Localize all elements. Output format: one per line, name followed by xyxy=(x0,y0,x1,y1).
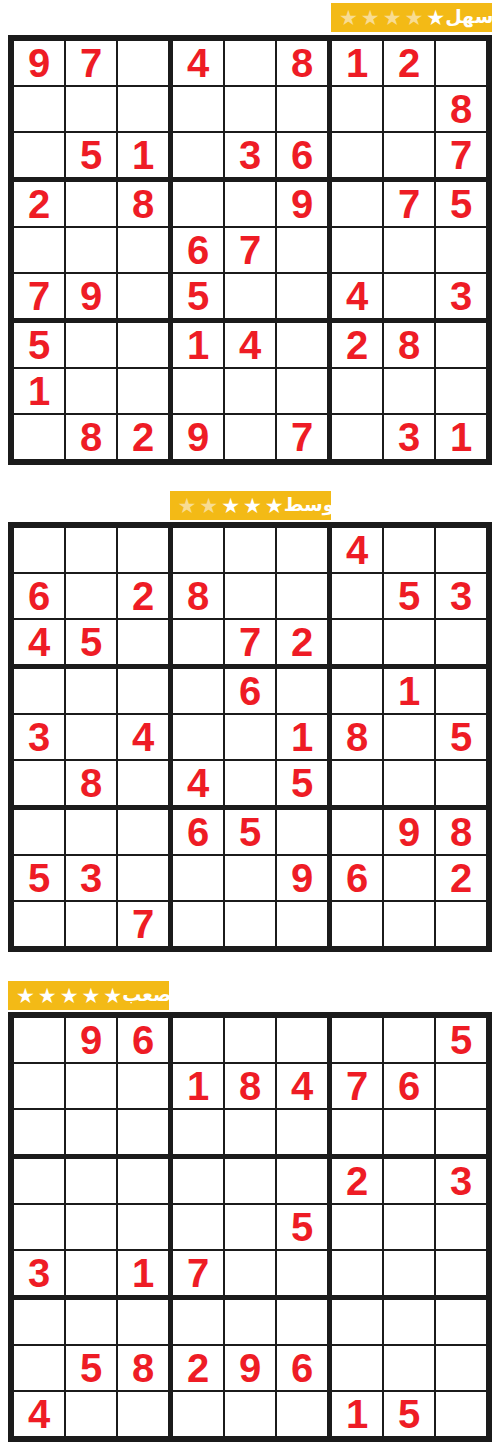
sudoku-cell-r2c1: 6 xyxy=(14,574,64,618)
sudoku-cell-r5c8[interactable] xyxy=(384,1205,434,1249)
sudoku-cell-r3c6: 6 xyxy=(277,133,327,177)
sudoku-cell-r2c3[interactable] xyxy=(118,87,168,131)
sudoku-cell-r4c4[interactable] xyxy=(173,182,223,226)
difficulty-label-medium: وسط xyxy=(284,495,335,516)
sudoku-cell-r7c6[interactable] xyxy=(277,1300,327,1344)
sudoku-cell-r2c2[interactable] xyxy=(66,1064,116,1108)
sudoku-cell-r1c8: 2 xyxy=(384,41,434,85)
sudoku-cell-r9c5[interactable] xyxy=(225,902,275,946)
sudoku-cell-r5c3: 4 xyxy=(118,715,168,759)
sudoku-cell-r2c6[interactable] xyxy=(277,87,327,131)
star-rating-easy: ★★★★★ xyxy=(339,7,445,28)
sudoku-board-easy: 975148361287287996757543518214972831 xyxy=(8,35,492,465)
sudoku-cell-r1c5[interactable] xyxy=(225,1018,275,1062)
sudoku-cell-r2c5[interactable] xyxy=(225,574,275,618)
sudoku-cell-r6c1[interactable] xyxy=(14,761,64,805)
sudoku-cell-r2c5: 8 xyxy=(225,1064,275,1108)
difficulty-badge-hard: ★★★★★ صعب xyxy=(8,981,169,1010)
sudoku-cell-r1c2[interactable] xyxy=(66,528,116,572)
sudoku-cell-r3c7[interactable] xyxy=(332,1110,382,1154)
star-empty-icon: ★ xyxy=(383,7,402,28)
sudoku-cell-r8c7: 6 xyxy=(332,856,382,900)
sudoku-cell-r5c9[interactable] xyxy=(436,228,486,272)
sudoku-cell-r5c2[interactable] xyxy=(66,715,116,759)
sudoku-cell-r9c6[interactable] xyxy=(277,1392,327,1436)
sudoku-cell-r6c6[interactable] xyxy=(277,1251,327,1295)
sudoku-box: 7543 xyxy=(332,182,486,318)
star-rating-medium: ★★★★★ xyxy=(178,495,284,516)
sudoku-cell-r7c2[interactable] xyxy=(66,810,116,854)
sudoku-cell-r9c8: 5 xyxy=(384,1392,434,1436)
sudoku-cell-r4c8: 1 xyxy=(384,669,434,713)
sudoku-box: 9675 xyxy=(173,182,327,318)
sudoku-cell-r5c6: 5 xyxy=(277,1205,327,1249)
sudoku-cell-r5c7[interactable] xyxy=(332,1205,382,1249)
star-filled-icon: ★ xyxy=(103,985,122,1006)
sudoku-cell-r8c3[interactable] xyxy=(118,856,168,900)
sudoku-cell-r7c4: 1 xyxy=(173,323,223,367)
sudoku-cell-r6c3[interactable] xyxy=(118,274,168,318)
sudoku-cell-r5c4[interactable] xyxy=(173,1205,223,1249)
sudoku-box: 23 xyxy=(332,1159,486,1295)
sudoku-cell-r6c7: 4 xyxy=(332,274,382,318)
sudoku-cell-r9c9[interactable] xyxy=(436,902,486,946)
sudoku-cell-r2c4[interactable] xyxy=(173,87,223,131)
sudoku-cell-r8c8[interactable] xyxy=(384,369,434,413)
sudoku-cell-r3c1: 4 xyxy=(14,620,64,664)
sudoku-cell-r8c9[interactable] xyxy=(436,369,486,413)
sudoku-cell-r9c1: 4 xyxy=(14,1392,64,1436)
sudoku-cell-r8c8[interactable] xyxy=(384,856,434,900)
sudoku-cell-r2c8[interactable] xyxy=(384,87,434,131)
sudoku-box: 4836 xyxy=(173,41,327,177)
sudoku-box: 6145 xyxy=(173,669,327,805)
sudoku-cell-r2c1[interactable] xyxy=(14,87,64,131)
sudoku-cell-r5c4[interactable] xyxy=(173,715,223,759)
sudoku-cell-r1c4[interactable] xyxy=(173,1018,223,1062)
sudoku-cell-r5c7: 8 xyxy=(332,715,382,759)
sudoku-cell-r8c2: 3 xyxy=(66,856,116,900)
sudoku-cell-r8c8[interactable] xyxy=(384,1346,434,1390)
sudoku-cell-r3c4[interactable] xyxy=(173,1110,223,1154)
sudoku-cell-r3c1[interactable] xyxy=(14,1110,64,1154)
sudoku-board-hard: 9618457631572358429615 xyxy=(8,1012,492,1442)
sudoku-box: 185 xyxy=(332,669,486,805)
sudoku-cell-r2c1[interactable] xyxy=(14,1064,64,1108)
sudoku-cell-r4c6[interactable] xyxy=(277,669,327,713)
sudoku-cell-r2c4: 1 xyxy=(173,1064,223,1108)
sudoku-box: 576 xyxy=(332,1018,486,1154)
puzzle-section-hard: ★★★★★ صعب 9618457631572358429615 xyxy=(8,981,492,1442)
sudoku-cell-r4c7: 2 xyxy=(332,1159,382,1203)
sudoku-cell-r1c9[interactable] xyxy=(436,528,486,572)
sudoku-cell-r8c1: 1 xyxy=(14,369,64,413)
sudoku-cell-r2c3[interactable] xyxy=(118,1064,168,1108)
sudoku-cell-r7c2[interactable] xyxy=(66,1300,116,1344)
sudoku-cell-r7c9[interactable] xyxy=(436,1300,486,1344)
sudoku-cell-r5c4: 6 xyxy=(173,228,223,272)
sudoku-cell-r6c7[interactable] xyxy=(332,761,382,805)
sudoku-cell-r9c4: 9 xyxy=(173,415,223,459)
sudoku-cell-r3c8[interactable] xyxy=(384,133,434,177)
sudoku-box: 659 xyxy=(173,810,327,946)
sudoku-cell-r5c5: 7 xyxy=(225,228,275,272)
sudoku-cell-r1c4[interactable] xyxy=(173,528,223,572)
sudoku-box: 184 xyxy=(173,1018,327,1154)
star-filled-icon: ★ xyxy=(426,7,445,28)
sudoku-box: 9862 xyxy=(332,810,486,946)
sudoku-cell-r4c3[interactable] xyxy=(118,1159,168,1203)
sudoku-cell-r7c1[interactable] xyxy=(14,810,64,854)
sudoku-cell-r4c5[interactable] xyxy=(225,1159,275,1203)
sudoku-cell-r3c9[interactable] xyxy=(436,1110,486,1154)
sudoku-cell-r5c3[interactable] xyxy=(118,228,168,272)
sudoku-cell-r1c2: 7 xyxy=(66,41,116,85)
sudoku-cell-r3c8[interactable] xyxy=(384,1110,434,1154)
sudoku-cell-r7c7[interactable] xyxy=(332,810,382,854)
sudoku-cell-r4c3: 8 xyxy=(118,182,168,226)
sudoku-cell-r6c3: 1 xyxy=(118,1251,168,1295)
sudoku-cell-r6c2: 8 xyxy=(66,761,116,805)
sudoku-cell-r1c9[interactable] xyxy=(436,41,486,85)
sudoku-cell-r4c6: 9 xyxy=(277,182,327,226)
sudoku-cell-r4c1[interactable] xyxy=(14,1159,64,1203)
sudoku-cell-r1c9: 5 xyxy=(436,1018,486,1062)
sudoku-cell-r9c8[interactable] xyxy=(384,902,434,946)
sudoku-cell-r1c1: 9 xyxy=(14,41,64,85)
sudoku-cell-r2c3: 2 xyxy=(118,574,168,618)
sudoku-cell-r4c3[interactable] xyxy=(118,669,168,713)
sudoku-cell-r7c4[interactable] xyxy=(173,1300,223,1344)
sudoku-cell-r6c5[interactable] xyxy=(225,274,275,318)
sudoku-cell-r9c7: 1 xyxy=(332,1392,382,1436)
star-filled-icon: ★ xyxy=(265,495,284,516)
sudoku-cell-r6c8[interactable] xyxy=(384,761,434,805)
sudoku-cell-r6c5[interactable] xyxy=(225,1251,275,1295)
sudoku-cell-r2c2[interactable] xyxy=(66,87,116,131)
sudoku-box: 453 xyxy=(332,528,486,664)
sudoku-cell-r7c2[interactable] xyxy=(66,323,116,367)
sudoku-cell-r2c5[interactable] xyxy=(225,87,275,131)
sudoku-cell-r5c5[interactable] xyxy=(225,715,275,759)
sudoku-cell-r6c9: 3 xyxy=(436,274,486,318)
sudoku-cell-r6c9[interactable] xyxy=(436,761,486,805)
sudoku-cell-r8c1[interactable] xyxy=(14,1346,64,1390)
sudoku-cell-r8c2: 5 xyxy=(66,1346,116,1390)
sudoku-cell-r1c6: 8 xyxy=(277,41,327,85)
sudoku-box: 5182 xyxy=(14,323,168,459)
sudoku-box: 296 xyxy=(173,1300,327,1436)
sudoku-cell-r1c5[interactable] xyxy=(225,41,275,85)
sudoku-cell-r8c9: 2 xyxy=(436,856,486,900)
sudoku-cell-r2c7[interactable] xyxy=(332,574,382,618)
sudoku-cell-r5c2[interactable] xyxy=(66,1205,116,1249)
difficulty-badge-easy: ★★★★★ سهل xyxy=(331,3,492,32)
difficulty-label-easy: سهل xyxy=(445,7,493,28)
sudoku-cell-r9c7[interactable] xyxy=(332,902,382,946)
sudoku-cell-r9c2[interactable] xyxy=(66,902,116,946)
sudoku-cell-r1c5[interactable] xyxy=(225,528,275,572)
sudoku-cell-r3c7[interactable] xyxy=(332,620,382,664)
sudoku-cell-r9c6[interactable] xyxy=(277,902,327,946)
star-empty-icon: ★ xyxy=(199,495,218,516)
sudoku-cell-r1c8[interactable] xyxy=(384,1018,434,1062)
sudoku-box: 96 xyxy=(14,1018,168,1154)
sudoku-cell-r3c6[interactable] xyxy=(277,1110,327,1154)
sudoku-cell-r7c6[interactable] xyxy=(277,810,327,854)
sudoku-cell-r3c2[interactable] xyxy=(66,1110,116,1154)
star-filled-icon: ★ xyxy=(221,495,240,516)
sudoku-cell-r6c8[interactable] xyxy=(384,1251,434,1295)
sudoku-cell-r8c6: 6 xyxy=(277,1346,327,1390)
sudoku-cell-r5c2[interactable] xyxy=(66,228,116,272)
sudoku-cell-r8c3: 8 xyxy=(118,1346,168,1390)
sudoku-cell-r9c3: 7 xyxy=(118,902,168,946)
sudoku-cell-r4c4[interactable] xyxy=(173,669,223,713)
sudoku-cell-r5c6[interactable] xyxy=(277,228,327,272)
sudoku-cell-r9c4[interactable] xyxy=(173,902,223,946)
sudoku-cell-r7c5: 5 xyxy=(225,810,275,854)
sudoku-cell-r4c5[interactable] xyxy=(225,182,275,226)
sudoku-cell-r5c3[interactable] xyxy=(118,1205,168,1249)
sudoku-cell-r4c1[interactable] xyxy=(14,669,64,713)
sudoku-box: 1287 xyxy=(332,41,486,177)
sudoku-cell-r3c9[interactable] xyxy=(436,620,486,664)
sudoku-cell-r5c8[interactable] xyxy=(384,715,434,759)
star-empty-icon: ★ xyxy=(178,495,197,516)
sudoku-cell-r1c1[interactable] xyxy=(14,528,64,572)
sudoku-cell-r3c2: 5 xyxy=(66,620,116,664)
sudoku-cell-r3c4[interactable] xyxy=(173,133,223,177)
sudoku-cell-r7c3[interactable] xyxy=(118,810,168,854)
sudoku-cell-r3c4[interactable] xyxy=(173,620,223,664)
sudoku-cell-r6c1: 3 xyxy=(14,1251,64,1295)
sudoku-cell-r1c6[interactable] xyxy=(277,528,327,572)
sudoku-cell-r9c3[interactable] xyxy=(118,1392,168,1436)
sudoku-cell-r8c6[interactable] xyxy=(277,369,327,413)
sudoku-cell-r6c4: 4 xyxy=(173,761,223,805)
sudoku-cell-r7c8: 9 xyxy=(384,810,434,854)
sudoku-cell-r3c1[interactable] xyxy=(14,133,64,177)
sudoku-cell-r7c1: 5 xyxy=(14,323,64,367)
sudoku-cell-r6c2[interactable] xyxy=(66,1251,116,1295)
sudoku-cell-r2c7: 7 xyxy=(332,1064,382,1108)
sudoku-cell-r8c6: 9 xyxy=(277,856,327,900)
sudoku-cell-r4c9: 3 xyxy=(436,1159,486,1203)
sudoku-cell-r1c7: 1 xyxy=(332,41,382,85)
sudoku-cell-r3c7[interactable] xyxy=(332,133,382,177)
sudoku-cell-r8c5[interactable] xyxy=(225,856,275,900)
sudoku-cell-r5c8[interactable] xyxy=(384,228,434,272)
sudoku-cell-r5c1[interactable] xyxy=(14,228,64,272)
sudoku-cell-r1c7[interactable] xyxy=(332,1018,382,1062)
sudoku-cell-r3c3: 1 xyxy=(118,133,168,177)
sudoku-cell-r4c2[interactable] xyxy=(66,182,116,226)
sudoku-cell-r1c1[interactable] xyxy=(14,1018,64,1062)
sudoku-cell-r8c3[interactable] xyxy=(118,369,168,413)
sudoku-cell-r7c4: 6 xyxy=(173,810,223,854)
sudoku-cell-r1c3: 6 xyxy=(118,1018,168,1062)
puzzle-section-medium: ★★★★★ وسط 624587245334861451855376599862 xyxy=(8,491,492,952)
star-filled-icon: ★ xyxy=(38,985,57,1006)
sudoku-cell-r7c1[interactable] xyxy=(14,1300,64,1344)
sudoku-cell-r6c6: 5 xyxy=(277,761,327,805)
sudoku-cell-r2c8: 5 xyxy=(384,574,434,618)
sudoku-box: 872 xyxy=(173,528,327,664)
sudoku-cell-r3c5: 3 xyxy=(225,133,275,177)
sudoku-box: 537 xyxy=(14,810,168,946)
sudoku-cell-r2c7[interactable] xyxy=(332,87,382,131)
sudoku-cell-r3c6: 2 xyxy=(277,620,327,664)
star-empty-icon: ★ xyxy=(404,7,423,28)
star-filled-icon: ★ xyxy=(16,985,35,1006)
sudoku-box: 15 xyxy=(332,1300,486,1436)
sudoku-cell-r6c6[interactable] xyxy=(277,274,327,318)
sudoku-cell-r4c7[interactable] xyxy=(332,182,382,226)
sudoku-box: 584 xyxy=(14,1300,168,1436)
difficulty-label-hard: صعب xyxy=(122,985,171,1006)
sudoku-cell-r9c6: 7 xyxy=(277,415,327,459)
sudoku-cell-r5c5[interactable] xyxy=(225,1205,275,1249)
sudoku-puzzles-page: ★★★★★ سهل 975148361287287996757543518214… xyxy=(0,0,500,1454)
sudoku-cell-r8c5: 9 xyxy=(225,1346,275,1390)
sudoku-cell-r9c8: 3 xyxy=(384,415,434,459)
sudoku-cell-r1c3[interactable] xyxy=(118,528,168,572)
sudoku-cell-r1c6[interactable] xyxy=(277,1018,327,1062)
sudoku-cell-r6c8[interactable] xyxy=(384,274,434,318)
sudoku-cell-r3c8[interactable] xyxy=(384,620,434,664)
sudoku-cell-r5c6: 1 xyxy=(277,715,327,759)
sudoku-cell-r7c9[interactable] xyxy=(436,323,486,367)
sudoku-cell-r9c2: 8 xyxy=(66,415,116,459)
sudoku-cell-r4c8[interactable] xyxy=(384,1159,434,1203)
sudoku-box: 2879 xyxy=(14,182,168,318)
sudoku-cell-r6c5[interactable] xyxy=(225,761,275,805)
sudoku-cell-r4c2[interactable] xyxy=(66,1159,116,1203)
sudoku-cell-r4c4[interactable] xyxy=(173,1159,223,1203)
sudoku-cell-r1c3[interactable] xyxy=(118,41,168,85)
difficulty-badge-medium: ★★★★★ وسط xyxy=(170,491,331,520)
sudoku-cell-r4c5: 6 xyxy=(225,669,275,713)
sudoku-box: 57 xyxy=(173,1159,327,1295)
sudoku-cell-r8c2[interactable] xyxy=(66,369,116,413)
sudoku-cell-r1c4: 4 xyxy=(173,41,223,85)
sudoku-cell-r4c7[interactable] xyxy=(332,669,382,713)
sudoku-cell-r5c1: 3 xyxy=(14,715,64,759)
sudoku-cell-r8c9[interactable] xyxy=(436,1346,486,1390)
sudoku-cell-r1c7: 4 xyxy=(332,528,382,572)
sudoku-cell-r1c2: 9 xyxy=(66,1018,116,1062)
puzzle-section-easy: ★★★★★ سهل 975148361287287996757543518214… xyxy=(8,3,492,465)
sudoku-cell-r9c7[interactable] xyxy=(332,415,382,459)
sudoku-cell-r6c7[interactable] xyxy=(332,1251,382,1295)
sudoku-cell-r9c5[interactable] xyxy=(225,415,275,459)
star-filled-icon: ★ xyxy=(81,985,100,1006)
sudoku-cell-r9c9[interactable] xyxy=(436,1392,486,1436)
sudoku-board-medium: 624587245334861451855376599862 xyxy=(8,522,492,952)
sudoku-box: 1497 xyxy=(173,323,327,459)
sudoku-cell-r8c1: 5 xyxy=(14,856,64,900)
sudoku-cell-r5c1[interactable] xyxy=(14,1205,64,1249)
sudoku-cell-r3c3[interactable] xyxy=(118,620,168,664)
star-rating-hard: ★★★★★ xyxy=(16,985,122,1006)
sudoku-cell-r4c6[interactable] xyxy=(277,1159,327,1203)
sudoku-cell-r7c8[interactable] xyxy=(384,1300,434,1344)
star-empty-icon: ★ xyxy=(339,7,358,28)
sudoku-cell-r3c9: 7 xyxy=(436,133,486,177)
sudoku-cell-r2c9: 3 xyxy=(436,574,486,618)
sudoku-box: 6245 xyxy=(14,528,168,664)
sudoku-box: 2831 xyxy=(332,323,486,459)
star-empty-icon: ★ xyxy=(361,7,380,28)
sudoku-cell-r7c5: 4 xyxy=(225,323,275,367)
sudoku-cell-r6c2: 9 xyxy=(66,274,116,318)
sudoku-cell-r9c1[interactable] xyxy=(14,902,64,946)
sudoku-cell-r4c1: 2 xyxy=(14,182,64,226)
sudoku-cell-r3c5[interactable] xyxy=(225,1110,275,1154)
sudoku-cell-r7c3[interactable] xyxy=(118,323,168,367)
sudoku-cell-r7c7[interactable] xyxy=(332,1300,382,1344)
sudoku-cell-r8c4[interactable] xyxy=(173,856,223,900)
sudoku-cell-r2c6[interactable] xyxy=(277,574,327,618)
sudoku-cell-r4c9[interactable] xyxy=(436,669,486,713)
sudoku-cell-r8c4[interactable] xyxy=(173,369,223,413)
sudoku-cell-r9c9: 1 xyxy=(436,415,486,459)
sudoku-cell-r7c6[interactable] xyxy=(277,323,327,367)
sudoku-cell-r1c8[interactable] xyxy=(384,528,434,572)
sudoku-cell-r9c3: 2 xyxy=(118,415,168,459)
sudoku-cell-r4c8: 7 xyxy=(384,182,434,226)
sudoku-cell-r9c5[interactable] xyxy=(225,1392,275,1436)
sudoku-cell-r8c7[interactable] xyxy=(332,369,382,413)
sudoku-cell-r5c9: 5 xyxy=(436,715,486,759)
sudoku-cell-r3c2: 5 xyxy=(66,133,116,177)
sudoku-cell-r3c5: 7 xyxy=(225,620,275,664)
sudoku-box: 348 xyxy=(14,669,168,805)
sudoku-cell-r6c4: 5 xyxy=(173,274,223,318)
sudoku-cell-r9c2[interactable] xyxy=(66,1392,116,1436)
sudoku-cell-r7c5[interactable] xyxy=(225,1300,275,1344)
sudoku-cell-r2c9: 8 xyxy=(436,87,486,131)
sudoku-cell-r2c6: 4 xyxy=(277,1064,327,1108)
sudoku-cell-r8c7[interactable] xyxy=(332,1346,382,1390)
sudoku-cell-r9c1[interactable] xyxy=(14,415,64,459)
sudoku-box: 9751 xyxy=(14,41,168,177)
sudoku-cell-r6c9[interactable] xyxy=(436,1251,486,1295)
sudoku-cell-r5c7[interactable] xyxy=(332,228,382,272)
sudoku-cell-r9c4[interactable] xyxy=(173,1392,223,1436)
sudoku-cell-r6c1: 7 xyxy=(14,274,64,318)
sudoku-cell-r2c2[interactable] xyxy=(66,574,116,618)
sudoku-cell-r4c2[interactable] xyxy=(66,669,116,713)
sudoku-cell-r7c8: 8 xyxy=(384,323,434,367)
star-filled-icon: ★ xyxy=(60,985,79,1006)
sudoku-cell-r2c9[interactable] xyxy=(436,1064,486,1108)
sudoku-cell-r8c4: 2 xyxy=(173,1346,223,1390)
sudoku-box: 31 xyxy=(14,1159,168,1295)
sudoku-cell-r7c7: 2 xyxy=(332,323,382,367)
star-filled-icon: ★ xyxy=(243,495,262,516)
sudoku-cell-r8c5[interactable] xyxy=(225,369,275,413)
sudoku-cell-r2c4: 8 xyxy=(173,574,223,618)
sudoku-cell-r7c9: 8 xyxy=(436,810,486,854)
sudoku-cell-r7c3[interactable] xyxy=(118,1300,168,1344)
sudoku-cell-r4c9: 5 xyxy=(436,182,486,226)
sudoku-cell-r6c3[interactable] xyxy=(118,761,168,805)
sudoku-cell-r3c3[interactable] xyxy=(118,1110,168,1154)
sudoku-cell-r2c8: 6 xyxy=(384,1064,434,1108)
sudoku-cell-r5c9[interactable] xyxy=(436,1205,486,1249)
